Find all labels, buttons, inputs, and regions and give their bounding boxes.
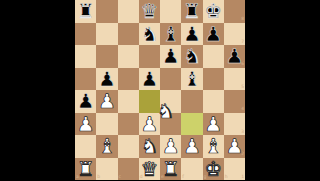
piece-white-bishop-g2[interactable]: ♝ bbox=[203, 135, 224, 158]
piece-white-bishop-b2[interactable]: ♝ bbox=[96, 135, 117, 158]
square-h4[interactable]: 4 bbox=[224, 90, 245, 113]
square-e2[interactable]: ♟ bbox=[160, 135, 181, 158]
coord-rank-4: 4 bbox=[241, 107, 244, 112]
square-c4[interactable] bbox=[118, 90, 139, 113]
square-e5[interactable] bbox=[160, 68, 181, 91]
piece-white-rook-e1[interactable]: ♜ bbox=[160, 158, 181, 181]
piece-white-pawn-h2[interactable]: ♟ bbox=[224, 135, 245, 158]
square-c8[interactable] bbox=[118, 0, 139, 23]
square-d6[interactable] bbox=[139, 45, 160, 68]
square-a3[interactable]: ♟ bbox=[75, 113, 96, 136]
square-f7[interactable]: ♟ bbox=[181, 23, 202, 46]
square-a2[interactable] bbox=[75, 135, 96, 158]
piece-white-rook-a1[interactable]: ♜ bbox=[75, 158, 96, 181]
piece-white-knight-d2[interactable]: ♞ bbox=[139, 135, 160, 158]
piece-black-pawn-f7[interactable]: ♟ bbox=[181, 23, 202, 46]
square-e7[interactable]: ♝ bbox=[160, 23, 181, 46]
square-a1[interactable]: a♜ bbox=[75, 158, 96, 181]
square-h2[interactable]: 2♟ bbox=[224, 135, 245, 158]
piece-black-rook-f8[interactable]: ♜ bbox=[181, 0, 202, 23]
square-b4[interactable]: ♟ bbox=[96, 90, 117, 113]
letterbox-left bbox=[0, 0, 75, 180]
square-c2[interactable] bbox=[118, 135, 139, 158]
square-b6[interactable] bbox=[96, 45, 117, 68]
piece-black-pawn-b5[interactable]: ♟ bbox=[96, 68, 117, 91]
square-b8[interactable] bbox=[96, 0, 117, 23]
piece-black-knight-d7[interactable]: ♞ bbox=[139, 23, 160, 46]
square-a8[interactable]: ♜ bbox=[75, 0, 96, 23]
piece-black-king-g8[interactable]: ♚ bbox=[203, 0, 224, 23]
square-d2[interactable]: ♞ bbox=[139, 135, 160, 158]
square-a4[interactable]: ♟ bbox=[75, 90, 96, 113]
coord-rank-5: 5 bbox=[241, 85, 244, 90]
square-g8[interactable]: ♚ bbox=[203, 0, 224, 23]
square-c3[interactable] bbox=[118, 113, 139, 136]
square-g4[interactable] bbox=[203, 90, 224, 113]
square-h1[interactable]: 1h bbox=[224, 158, 245, 181]
square-f5[interactable]: ♝ bbox=[181, 68, 202, 91]
square-d8[interactable]: ♛ bbox=[139, 0, 160, 23]
coord-file-c: c bbox=[119, 175, 121, 180]
square-a7[interactable] bbox=[75, 23, 96, 46]
piece-black-bishop-f5[interactable]: ♝ bbox=[181, 68, 202, 91]
coord-file-b: b bbox=[97, 175, 100, 180]
square-b2[interactable]: ♝ bbox=[96, 135, 117, 158]
piece-black-pawn-d5[interactable]: ♟ bbox=[139, 68, 160, 91]
square-h7[interactable]: 7 bbox=[224, 23, 245, 46]
piece-black-pawn-g7[interactable]: ♟ bbox=[203, 23, 224, 46]
chess-board: ♜♛♜♚8♞♝♟♟7♟♞6♟♟♟♝5♟♟4♟♟♟3♝♞♟♟♝2♟a♜bcd♛e♜… bbox=[75, 0, 245, 180]
piece-black-pawn-a4[interactable]: ♟ bbox=[75, 90, 96, 113]
square-a5[interactable] bbox=[75, 68, 96, 91]
letterbox-right bbox=[245, 0, 320, 180]
coord-file-f: f bbox=[182, 175, 184, 180]
square-h6[interactable]: 6♟ bbox=[224, 45, 245, 68]
square-e6[interactable]: ♟ bbox=[160, 45, 181, 68]
square-f4[interactable] bbox=[181, 90, 202, 113]
square-f1[interactable]: f bbox=[181, 158, 202, 181]
square-f3[interactable] bbox=[181, 113, 202, 136]
square-g5[interactable] bbox=[203, 68, 224, 91]
piece-black-pawn-e6[interactable]: ♟ bbox=[160, 45, 181, 68]
square-c6[interactable] bbox=[118, 45, 139, 68]
square-g6[interactable] bbox=[203, 45, 224, 68]
piece-white-knight-animating-f3-d4[interactable]: ♞ bbox=[155, 100, 176, 123]
piece-black-bishop-e7[interactable]: ♝ bbox=[160, 23, 181, 46]
square-c5[interactable] bbox=[118, 68, 139, 91]
square-b3[interactable] bbox=[96, 113, 117, 136]
square-d7[interactable]: ♞ bbox=[139, 23, 160, 46]
square-e1[interactable]: e♜ bbox=[160, 158, 181, 181]
piece-white-pawn-e2[interactable]: ♟ bbox=[160, 135, 181, 158]
piece-black-pawn-h6[interactable]: ♟ bbox=[224, 45, 245, 68]
piece-black-queen-d8[interactable]: ♛ bbox=[139, 0, 160, 23]
square-a6[interactable] bbox=[75, 45, 96, 68]
square-f6[interactable]: ♞ bbox=[181, 45, 202, 68]
video-frame: ♜♛♜♚8♞♝♟♟7♟♞6♟♟♟♝5♟♟4♟♟♟3♝♞♟♟♝2♟a♜bcd♛e♜… bbox=[0, 0, 320, 180]
square-g2[interactable]: ♝ bbox=[203, 135, 224, 158]
square-e8[interactable] bbox=[160, 0, 181, 23]
square-b1[interactable]: b bbox=[96, 158, 117, 181]
piece-black-knight-f6[interactable]: ♞ bbox=[181, 45, 202, 68]
square-c7[interactable] bbox=[118, 23, 139, 46]
square-b7[interactable] bbox=[96, 23, 117, 46]
piece-white-king-g1[interactable]: ♚ bbox=[203, 158, 224, 181]
square-f8[interactable]: ♜ bbox=[181, 0, 202, 23]
square-c1[interactable]: c bbox=[118, 158, 139, 181]
square-h3[interactable]: 3 bbox=[224, 113, 245, 136]
square-g1[interactable]: g♚ bbox=[203, 158, 224, 181]
piece-white-pawn-a3[interactable]: ♟ bbox=[75, 113, 96, 136]
square-d5[interactable]: ♟ bbox=[139, 68, 160, 91]
square-b5[interactable]: ♟ bbox=[96, 68, 117, 91]
piece-white-pawn-f2[interactable]: ♟ bbox=[181, 135, 202, 158]
square-f2[interactable]: ♟ bbox=[181, 135, 202, 158]
square-h5[interactable]: 5 bbox=[224, 68, 245, 91]
piece-white-queen-d1[interactable]: ♛ bbox=[139, 158, 160, 181]
coord-rank-1: 1 bbox=[241, 175, 244, 180]
piece-white-pawn-g3[interactable]: ♟ bbox=[203, 113, 224, 136]
coord-file-h: h bbox=[225, 175, 228, 180]
coord-rank-8: 8 bbox=[241, 17, 244, 22]
square-g7[interactable]: ♟ bbox=[203, 23, 224, 46]
square-d1[interactable]: d♛ bbox=[139, 158, 160, 181]
square-g3[interactable]: ♟ bbox=[203, 113, 224, 136]
piece-black-rook-a8[interactable]: ♜ bbox=[75, 0, 96, 23]
square-h8[interactable]: 8 bbox=[224, 0, 245, 23]
piece-white-pawn-b4[interactable]: ♟ bbox=[96, 90, 117, 113]
